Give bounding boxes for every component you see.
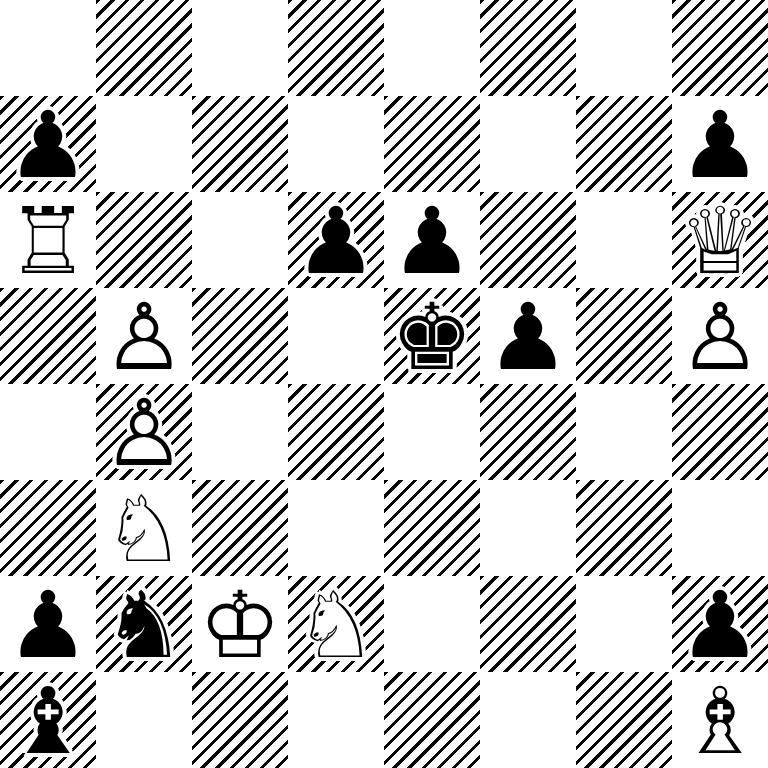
black-pawn-glyph: ♟ bbox=[0, 576, 96, 672]
square-d8[interactable] bbox=[288, 0, 384, 96]
square-h3[interactable] bbox=[672, 480, 768, 576]
white-pawn-glyph: ♙ bbox=[96, 288, 192, 384]
square-e1[interactable] bbox=[384, 672, 480, 768]
square-h2[interactable]: ♟♟ bbox=[672, 576, 768, 672]
square-g3[interactable] bbox=[576, 480, 672, 576]
piece-black-pawn[interactable]: ♟♟ bbox=[672, 96, 768, 192]
square-g2[interactable] bbox=[576, 576, 672, 672]
square-a2[interactable]: ♟♟ bbox=[0, 576, 96, 672]
square-b5[interactable]: ♟♙ bbox=[96, 288, 192, 384]
square-d5[interactable] bbox=[288, 288, 384, 384]
square-h7[interactable]: ♟♟ bbox=[672, 96, 768, 192]
square-h6[interactable]: ♛♕ bbox=[672, 192, 768, 288]
piece-white-knight[interactable]: ♞♘ bbox=[96, 480, 192, 576]
white-queen-glyph: ♕ bbox=[672, 192, 768, 288]
square-c6[interactable] bbox=[192, 192, 288, 288]
square-d1[interactable] bbox=[288, 672, 384, 768]
square-e4[interactable] bbox=[384, 384, 480, 480]
black-pawn-glyph: ♟ bbox=[0, 96, 96, 192]
white-rook-glyph: ♖ bbox=[0, 192, 96, 288]
piece-black-pawn[interactable]: ♟♟ bbox=[480, 288, 576, 384]
square-c5[interactable] bbox=[192, 288, 288, 384]
square-c8[interactable] bbox=[192, 0, 288, 96]
black-pawn-glyph: ♟ bbox=[384, 192, 480, 288]
piece-black-pawn[interactable]: ♟♟ bbox=[0, 576, 96, 672]
white-knight-glyph: ♘ bbox=[288, 576, 384, 672]
square-f5[interactable]: ♟♟ bbox=[480, 288, 576, 384]
square-b7[interactable] bbox=[96, 96, 192, 192]
piece-white-pawn[interactable]: ♟♙ bbox=[96, 384, 192, 480]
square-g5[interactable] bbox=[576, 288, 672, 384]
white-bishop-glyph: ♗ bbox=[672, 672, 768, 768]
square-b3[interactable]: ♞♘ bbox=[96, 480, 192, 576]
square-a3[interactable] bbox=[0, 480, 96, 576]
piece-white-king[interactable]: ♚♔ bbox=[192, 576, 288, 672]
square-c7[interactable] bbox=[192, 96, 288, 192]
square-f1[interactable] bbox=[480, 672, 576, 768]
square-e6[interactable]: ♟♟ bbox=[384, 192, 480, 288]
square-d3[interactable] bbox=[288, 480, 384, 576]
square-d2[interactable]: ♞♘ bbox=[288, 576, 384, 672]
square-f2[interactable] bbox=[480, 576, 576, 672]
square-c1[interactable] bbox=[192, 672, 288, 768]
square-a6[interactable]: ♜♖ bbox=[0, 192, 96, 288]
square-h8[interactable] bbox=[672, 0, 768, 96]
white-pawn-glyph: ♙ bbox=[672, 288, 768, 384]
black-bishop-glyph: ♝ bbox=[0, 672, 96, 768]
square-f8[interactable] bbox=[480, 0, 576, 96]
square-g4[interactable] bbox=[576, 384, 672, 480]
black-pawn-glyph: ♟ bbox=[672, 96, 768, 192]
square-f6[interactable] bbox=[480, 192, 576, 288]
piece-white-queen[interactable]: ♛♕ bbox=[672, 192, 768, 288]
piece-white-pawn[interactable]: ♟♙ bbox=[672, 288, 768, 384]
square-g1[interactable] bbox=[576, 672, 672, 768]
white-pawn-glyph: ♙ bbox=[96, 384, 192, 480]
square-h5[interactable]: ♟♙ bbox=[672, 288, 768, 384]
square-d4[interactable] bbox=[288, 384, 384, 480]
square-a4[interactable] bbox=[0, 384, 96, 480]
square-d7[interactable] bbox=[288, 96, 384, 192]
piece-black-pawn[interactable]: ♟♟ bbox=[384, 192, 480, 288]
square-a5[interactable] bbox=[0, 288, 96, 384]
square-f7[interactable] bbox=[480, 96, 576, 192]
square-h1[interactable]: ♝♗ bbox=[672, 672, 768, 768]
square-b6[interactable] bbox=[96, 192, 192, 288]
black-pawn-glyph: ♟ bbox=[480, 288, 576, 384]
square-b8[interactable] bbox=[96, 0, 192, 96]
square-e5[interactable]: ♚♚ bbox=[384, 288, 480, 384]
piece-black-knight[interactable]: ♞♞ bbox=[96, 576, 192, 672]
piece-white-bishop[interactable]: ♝♗ bbox=[672, 672, 768, 768]
square-d6[interactable]: ♟♟ bbox=[288, 192, 384, 288]
black-knight-glyph: ♞ bbox=[96, 576, 192, 672]
piece-black-pawn[interactable]: ♟♟ bbox=[288, 192, 384, 288]
square-b2[interactable]: ♞♞ bbox=[96, 576, 192, 672]
piece-white-rook[interactable]: ♜♖ bbox=[0, 192, 96, 288]
piece-black-bishop[interactable]: ♝♝ bbox=[0, 672, 96, 768]
square-c2[interactable]: ♚♔ bbox=[192, 576, 288, 672]
square-a1[interactable]: ♝♝ bbox=[0, 672, 96, 768]
square-b4[interactable]: ♟♙ bbox=[96, 384, 192, 480]
square-g6[interactable] bbox=[576, 192, 672, 288]
square-c4[interactable] bbox=[192, 384, 288, 480]
square-e7[interactable] bbox=[384, 96, 480, 192]
square-h4[interactable] bbox=[672, 384, 768, 480]
square-g7[interactable] bbox=[576, 96, 672, 192]
chess-board: ♟♟♟♟♜♖♟♟♟♟♛♕♟♙♚♚♟♟♟♙♟♙♞♘♟♟♞♞♚♔♞♘♟♟♝♝♝♗ bbox=[0, 0, 768, 768]
square-f4[interactable] bbox=[480, 384, 576, 480]
black-king-glyph: ♚ bbox=[384, 288, 480, 384]
piece-black-king[interactable]: ♚♚ bbox=[384, 288, 480, 384]
black-pawn-glyph: ♟ bbox=[288, 192, 384, 288]
square-f3[interactable] bbox=[480, 480, 576, 576]
black-pawn-glyph: ♟ bbox=[672, 576, 768, 672]
piece-black-pawn[interactable]: ♟♟ bbox=[0, 96, 96, 192]
square-c3[interactable] bbox=[192, 480, 288, 576]
white-knight-glyph: ♘ bbox=[96, 480, 192, 576]
square-e8[interactable] bbox=[384, 0, 480, 96]
square-e2[interactable] bbox=[384, 576, 480, 672]
piece-black-pawn[interactable]: ♟♟ bbox=[672, 576, 768, 672]
piece-white-knight[interactable]: ♞♘ bbox=[288, 576, 384, 672]
square-e3[interactable] bbox=[384, 480, 480, 576]
square-a7[interactable]: ♟♟ bbox=[0, 96, 96, 192]
square-g8[interactable] bbox=[576, 0, 672, 96]
square-b1[interactable] bbox=[96, 672, 192, 768]
piece-white-pawn[interactable]: ♟♙ bbox=[96, 288, 192, 384]
square-a8[interactable] bbox=[0, 0, 96, 96]
white-king-glyph: ♔ bbox=[192, 576, 288, 672]
